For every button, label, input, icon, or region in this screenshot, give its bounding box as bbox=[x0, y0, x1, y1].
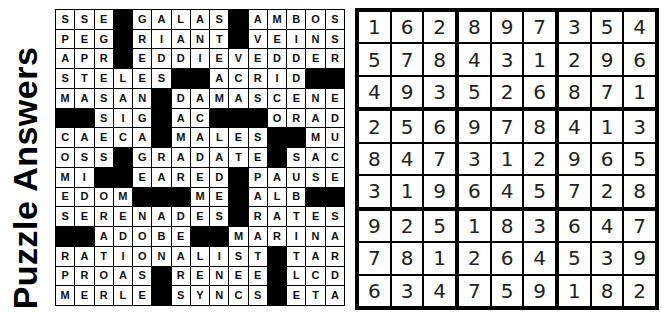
crossword-letter-cell: R bbox=[326, 49, 344, 68]
crossword-letter-cell: R bbox=[152, 148, 170, 167]
sudoku-cell: 4 bbox=[459, 44, 490, 74]
crossword-letter-cell: B bbox=[287, 188, 305, 207]
crossword-black-cell bbox=[75, 227, 93, 246]
crossword-letter-cell: E bbox=[268, 30, 286, 49]
crossword-letter-cell: P bbox=[75, 49, 93, 68]
crossword-letter-cell: U bbox=[287, 168, 305, 187]
crossword-letter-cell: S bbox=[306, 168, 324, 187]
crossword-letter-cell: E bbox=[249, 148, 267, 167]
crossword-letter-cell: B bbox=[152, 227, 170, 246]
sudoku-cell: 1 bbox=[492, 144, 523, 174]
crossword-black-cell bbox=[133, 188, 151, 207]
sudoku-cell: 3 bbox=[559, 12, 590, 42]
crossword-letter-cell: D bbox=[75, 188, 93, 207]
crossword-letter-cell: A bbox=[249, 188, 267, 207]
crossword-letter-cell: E bbox=[210, 188, 228, 207]
crossword-letter-cell: R bbox=[95, 207, 113, 226]
crossword-letter-cell: E bbox=[133, 286, 151, 305]
sudoku-cell: 1 bbox=[592, 111, 623, 141]
crossword-letter-cell: R bbox=[56, 247, 74, 266]
crossword-black-cell bbox=[229, 188, 247, 207]
crossword-letter-cell: O bbox=[306, 10, 324, 29]
crossword-letter-cell: A bbox=[114, 267, 132, 286]
crossword-letter-cell: I bbox=[210, 247, 228, 266]
crossword-black-cell bbox=[172, 188, 190, 207]
sudoku-cell: 2 bbox=[392, 211, 423, 241]
crossword-letter-cell: E bbox=[133, 168, 151, 187]
crossword-black-cell bbox=[326, 188, 344, 207]
crossword-letter-cell: E bbox=[249, 267, 267, 286]
crossword-letter-cell: N bbox=[210, 286, 228, 305]
crossword-letter-cell: S bbox=[75, 10, 93, 29]
sudoku-cell: 4 bbox=[624, 12, 655, 42]
crossword-letter-cell: I bbox=[191, 49, 209, 68]
crossword-letter-cell: A bbox=[326, 286, 344, 305]
crossword-letter-cell: V bbox=[229, 49, 247, 68]
sudoku-cell: 7 bbox=[392, 44, 423, 74]
crossword-letter-cell: A bbox=[114, 89, 132, 108]
crossword-black-cell bbox=[249, 109, 267, 128]
crossword-black-cell bbox=[306, 69, 324, 88]
crossword-letter-cell: O bbox=[56, 148, 74, 167]
crossword-letter-cell: P bbox=[56, 30, 74, 49]
crossword-letter-cell: E bbox=[133, 69, 151, 88]
crossword-letter-cell: E bbox=[326, 168, 344, 187]
crossword-black-cell bbox=[191, 227, 209, 246]
crossword-letter-cell: S bbox=[249, 286, 267, 305]
crossword-letter-cell: E bbox=[114, 207, 132, 226]
crossword-black-cell bbox=[268, 267, 286, 286]
crossword-black-cell bbox=[152, 286, 170, 305]
sudoku-cell: 7 bbox=[492, 111, 523, 141]
crossword-letter-cell: R bbox=[249, 69, 267, 88]
crossword-letter-cell: A bbox=[306, 247, 324, 266]
crossword-letter-cell: D bbox=[172, 49, 190, 68]
sudoku-cell: 3 bbox=[359, 176, 390, 206]
crossword-letter-cell: I bbox=[287, 227, 305, 246]
sudoku-cell: 5 bbox=[559, 243, 590, 273]
sudoku-cell: 5 bbox=[459, 77, 490, 107]
crossword-letter-cell: S bbox=[210, 207, 228, 226]
crossword-letter-cell: I bbox=[75, 168, 93, 187]
sudoku-cell: 5 bbox=[624, 144, 655, 174]
crossword-black-cell bbox=[229, 30, 247, 49]
crossword-letter-cell: C bbox=[268, 89, 286, 108]
crossword-letter-cell: C bbox=[326, 148, 344, 167]
crossword-letter-cell: L bbox=[191, 247, 209, 266]
sudoku-cell: 3 bbox=[392, 276, 423, 306]
sudoku-cell: 6 bbox=[424, 111, 455, 141]
crossword-letter-cell: D bbox=[287, 69, 305, 88]
sudoku-cell: 1 bbox=[359, 12, 390, 42]
crossword-letter-cell: R bbox=[133, 30, 151, 49]
crossword-black-cell bbox=[114, 10, 132, 29]
crossword-letter-cell: A bbox=[191, 10, 209, 29]
sudoku-grid: 1625784938974315263542968712568473199783… bbox=[355, 8, 659, 310]
crossword-letter-cell: S bbox=[229, 247, 247, 266]
crossword-letter-cell: L bbox=[268, 188, 286, 207]
sudoku-box: 354296871 bbox=[559, 12, 655, 107]
sudoku-cell: 3 bbox=[459, 144, 490, 174]
crossword-black-cell bbox=[56, 227, 74, 246]
crossword-letter-cell: I bbox=[114, 109, 132, 128]
crossword-letter-cell: A bbox=[172, 30, 190, 49]
sudoku-cell: 6 bbox=[592, 144, 623, 174]
crossword-letter-cell: R bbox=[326, 247, 344, 266]
crossword-letter-cell: E bbox=[287, 286, 305, 305]
crossword-letter-cell: E bbox=[191, 267, 209, 286]
crossword-letter-cell: A bbox=[152, 207, 170, 226]
crossword-letter-cell: S bbox=[249, 89, 267, 108]
crossword-letter-cell: C bbox=[56, 128, 74, 147]
crossword-letter-cell: T bbox=[229, 148, 247, 167]
puzzle-answers-page: Puzzle Answers SSEGALASAMBOSPEGRIANTVEIN… bbox=[0, 0, 662, 313]
crossword-letter-cell: T bbox=[249, 247, 267, 266]
crossword-letter-cell: A bbox=[172, 148, 190, 167]
sudoku-cell: 9 bbox=[492, 12, 523, 42]
crossword-letter-cell: M bbox=[268, 10, 286, 29]
sudoku-cell: 8 bbox=[392, 243, 423, 273]
crossword-letter-cell: M bbox=[56, 89, 74, 108]
sudoku-cell: 9 bbox=[459, 111, 490, 141]
sudoku-cell: 9 bbox=[359, 211, 390, 241]
sudoku-cell: 5 bbox=[424, 211, 455, 241]
sudoku-cell: 7 bbox=[359, 243, 390, 273]
sudoku-cell: 2 bbox=[459, 243, 490, 273]
sudoku-box: 413965728 bbox=[559, 111, 655, 206]
crossword-letter-cell: E bbox=[249, 49, 267, 68]
crossword-letter-cell: S bbox=[56, 207, 74, 226]
sudoku-cell: 6 bbox=[359, 276, 390, 306]
crossword-letter-cell: D bbox=[191, 148, 209, 167]
crossword-letter-cell: G bbox=[133, 148, 151, 167]
crossword-letter-cell: R bbox=[75, 267, 93, 286]
sudoku-cell: 4 bbox=[424, 276, 455, 306]
crossword-black-cell bbox=[56, 109, 74, 128]
crossword-letter-cell: E bbox=[306, 207, 324, 226]
crossword-letter-cell: S bbox=[172, 286, 190, 305]
crossword-letter-cell: E bbox=[75, 30, 93, 49]
sudoku-box: 925781634 bbox=[359, 211, 455, 306]
sudoku-cell: 4 bbox=[524, 243, 555, 273]
crossword-letter-cell: E bbox=[210, 49, 228, 68]
sudoku-cell: 6 bbox=[459, 176, 490, 206]
sudoku-cell: 4 bbox=[392, 144, 423, 174]
sudoku-cell: 2 bbox=[424, 12, 455, 42]
crossword-letter-cell: A bbox=[133, 128, 151, 147]
crossword-letter-cell: I bbox=[152, 30, 170, 49]
sudoku-cell: 7 bbox=[424, 144, 455, 174]
crossword-letter-cell: V bbox=[249, 30, 267, 49]
crossword-letter-cell: D bbox=[326, 109, 344, 128]
crossword-letter-cell: S bbox=[249, 128, 267, 147]
crossword-letter-cell: N bbox=[133, 89, 151, 108]
crossword-letter-cell: E bbox=[75, 286, 93, 305]
crossword-letter-cell: S bbox=[133, 267, 151, 286]
crossword-letter-cell: A bbox=[268, 168, 286, 187]
sudoku-cell: 8 bbox=[624, 176, 655, 206]
sudoku-cell: 2 bbox=[592, 176, 623, 206]
sudoku-cell: 2 bbox=[359, 111, 390, 141]
crossword-letter-cell: A bbox=[249, 227, 267, 246]
page-title: Puzzle Answers bbox=[6, 47, 45, 310]
sudoku-cell: 7 bbox=[559, 176, 590, 206]
sudoku-box: 183264759 bbox=[459, 211, 555, 306]
crossword-black-cell bbox=[268, 148, 286, 167]
crossword-black-cell bbox=[287, 128, 305, 147]
crossword-letter-cell: T bbox=[95, 247, 113, 266]
crossword-letter-cell: R bbox=[172, 267, 190, 286]
sudoku-cell: 3 bbox=[624, 111, 655, 141]
sudoku-box: 978312645 bbox=[459, 111, 555, 206]
crossword-letter-cell: S bbox=[326, 10, 344, 29]
sudoku-cell: 3 bbox=[592, 243, 623, 273]
crossword-letter-cell: T bbox=[287, 247, 305, 266]
sudoku-cell: 6 bbox=[624, 44, 655, 74]
crossword-letter-cell: P bbox=[56, 267, 74, 286]
sudoku-cell: 5 bbox=[359, 44, 390, 74]
crossword-letter-cell: A bbox=[191, 128, 209, 147]
crossword-letter-cell: S bbox=[326, 207, 344, 226]
sudoku-cell: 4 bbox=[359, 77, 390, 107]
crossword-letter-cell: D bbox=[152, 49, 170, 68]
crossword-letter-cell: S bbox=[287, 148, 305, 167]
sudoku-cell: 5 bbox=[392, 111, 423, 141]
sudoku-box: 647539182 bbox=[559, 211, 655, 306]
crossword-letter-cell: E bbox=[95, 69, 113, 88]
sudoku-cell: 8 bbox=[492, 211, 523, 241]
sudoku-cell: 9 bbox=[524, 276, 555, 306]
crossword-black-cell bbox=[268, 286, 286, 305]
sudoku-cell: 9 bbox=[624, 243, 655, 273]
crossword-letter-cell: E bbox=[95, 128, 113, 147]
crossword-letter-cell: C bbox=[229, 286, 247, 305]
crossword-letter-cell: O bbox=[133, 227, 151, 246]
sudoku-cell: 1 bbox=[624, 77, 655, 107]
crossword-letter-cell: D bbox=[172, 89, 190, 108]
sudoku-cell: 9 bbox=[559, 144, 590, 174]
crossword-letter-cell: T bbox=[287, 207, 305, 226]
crossword-black-cell bbox=[114, 30, 132, 49]
crossword-letter-cell: C bbox=[306, 267, 324, 286]
crossword-letter-cell: S bbox=[56, 69, 74, 88]
crossword-letter-cell: G bbox=[95, 30, 113, 49]
sudoku-box: 256847319 bbox=[359, 111, 455, 206]
crossword-letter-cell: E bbox=[56, 188, 74, 207]
sudoku-box: 162578493 bbox=[359, 12, 455, 107]
crossword-letter-cell: M bbox=[56, 168, 74, 187]
crossword-black-cell bbox=[229, 109, 247, 128]
sudoku-cell: 1 bbox=[392, 176, 423, 206]
sudoku-cell: 7 bbox=[592, 77, 623, 107]
crossword-letter-cell: O bbox=[133, 247, 151, 266]
crossword-letter-cell: N bbox=[152, 247, 170, 266]
crossword-black-cell bbox=[306, 188, 324, 207]
sudoku-cell: 8 bbox=[559, 77, 590, 107]
sudoku-cell: 8 bbox=[359, 144, 390, 174]
crossword-letter-cell: A bbox=[210, 69, 228, 88]
sudoku-cell: 3 bbox=[424, 77, 455, 107]
crossword-letter-cell: T bbox=[75, 69, 93, 88]
crossword-black-cell bbox=[152, 188, 170, 207]
sudoku-cell: 8 bbox=[592, 276, 623, 306]
crossword-letter-cell: A bbox=[75, 89, 93, 108]
crossword-letter-cell: M bbox=[56, 286, 74, 305]
crossword-letter-cell: P bbox=[249, 168, 267, 187]
sudoku-cell: 6 bbox=[392, 12, 423, 42]
crossword-letter-cell: I bbox=[114, 247, 132, 266]
crossword-letter-cell: E bbox=[172, 227, 190, 246]
crossword-black-cell bbox=[229, 207, 247, 226]
crossword-letter-cell: L bbox=[172, 10, 190, 29]
sudoku-cell: 6 bbox=[492, 243, 523, 273]
crossword-letter-cell: E bbox=[191, 168, 209, 187]
crossword-letter-cell: C bbox=[191, 109, 209, 128]
crossword-letter-cell: N bbox=[191, 30, 209, 49]
crossword-letter-cell: A bbox=[210, 148, 228, 167]
sudoku-cell: 1 bbox=[459, 211, 490, 241]
sudoku-cell: 9 bbox=[424, 176, 455, 206]
crossword-letter-cell: A bbox=[172, 109, 190, 128]
crossword-black-cell bbox=[229, 10, 247, 29]
crossword-black-cell bbox=[114, 148, 132, 167]
crossword-letter-cell: A bbox=[306, 109, 324, 128]
crossword-letter-cell: G bbox=[133, 10, 151, 29]
crossword-letter-cell: S bbox=[95, 109, 113, 128]
crossword-letter-cell: S bbox=[326, 30, 344, 49]
crossword-letter-cell: A bbox=[95, 227, 113, 246]
crossword-letter-cell: A bbox=[306, 148, 324, 167]
sudoku-cell: 9 bbox=[592, 44, 623, 74]
crossword-letter-cell: M bbox=[229, 227, 247, 246]
crossword-black-cell bbox=[210, 227, 228, 246]
crossword-black-cell bbox=[114, 168, 132, 187]
crossword-letter-cell: R bbox=[249, 207, 267, 226]
crossword-letter-cell: E bbox=[75, 207, 93, 226]
crossword-letter-cell: M bbox=[191, 188, 209, 207]
crossword-grid: SSEGALASAMBOSPEGRIANTVEINSAPREDDIEVEDDER… bbox=[55, 9, 345, 306]
sudoku-cell: 6 bbox=[524, 77, 555, 107]
sudoku-box: 897431526 bbox=[459, 12, 555, 107]
crossword-letter-cell: R bbox=[172, 168, 190, 187]
crossword-letter-cell: D bbox=[172, 207, 190, 226]
crossword-letter-cell: R bbox=[268, 227, 286, 246]
crossword-letter-cell: E bbox=[229, 128, 247, 147]
crossword-letter-cell: O bbox=[268, 109, 286, 128]
crossword-letter-cell: S bbox=[152, 69, 170, 88]
crossword-letter-cell: N bbox=[210, 267, 228, 286]
crossword-black-cell bbox=[268, 247, 286, 266]
crossword-letter-cell: R bbox=[95, 286, 113, 305]
crossword-black-cell bbox=[191, 69, 209, 88]
sudoku-cell: 8 bbox=[459, 12, 490, 42]
sudoku-cell: 5 bbox=[492, 276, 523, 306]
sudoku-cell: 7 bbox=[624, 211, 655, 241]
crossword-letter-cell: E bbox=[95, 10, 113, 29]
crossword-letter-cell: E bbox=[191, 207, 209, 226]
crossword-letter-cell: A bbox=[56, 49, 74, 68]
sudoku-cell: 8 bbox=[524, 111, 555, 141]
crossword-letter-cell: R bbox=[95, 49, 113, 68]
sudoku-cell: 5 bbox=[592, 12, 623, 42]
crossword-letter-cell: A bbox=[172, 247, 190, 266]
crossword-letter-cell: D bbox=[287, 49, 305, 68]
crossword-letter-cell: A bbox=[229, 89, 247, 108]
crossword-letter-cell: N bbox=[306, 227, 324, 246]
crossword-letter-cell: A bbox=[268, 207, 286, 226]
crossword-letter-cell: A bbox=[152, 10, 170, 29]
crossword-letter-cell: N bbox=[133, 207, 151, 226]
crossword-letter-cell: L bbox=[114, 286, 132, 305]
crossword-letter-cell: S bbox=[56, 10, 74, 29]
sudoku-cell: 3 bbox=[524, 211, 555, 241]
crossword-letter-cell: R bbox=[287, 109, 305, 128]
crossword-black-cell bbox=[95, 168, 113, 187]
crossword-black-cell bbox=[172, 69, 190, 88]
sudoku-cell: 1 bbox=[559, 276, 590, 306]
crossword-letter-cell: D bbox=[268, 49, 286, 68]
sudoku-cell: 9 bbox=[392, 77, 423, 107]
crossword-letter-cell: Y bbox=[191, 286, 209, 305]
crossword-letter-cell: B bbox=[287, 10, 305, 29]
crossword-letter-cell: L bbox=[210, 128, 228, 147]
crossword-letter-cell: A bbox=[75, 128, 93, 147]
crossword-letter-cell: M bbox=[306, 128, 324, 147]
crossword-letter-cell: S bbox=[210, 10, 228, 29]
crossword-black-cell bbox=[152, 267, 170, 286]
crossword-black-cell bbox=[229, 168, 247, 187]
crossword-letter-cell: N bbox=[306, 30, 324, 49]
sudoku-cell: 4 bbox=[559, 111, 590, 141]
crossword-black-cell bbox=[152, 128, 170, 147]
sudoku-cell: 3 bbox=[492, 44, 523, 74]
sudoku-cell: 2 bbox=[524, 144, 555, 174]
crossword-letter-cell: D bbox=[114, 227, 132, 246]
crossword-letter-cell: C bbox=[229, 69, 247, 88]
crossword-letter-cell: M bbox=[114, 188, 132, 207]
crossword-letter-cell: M bbox=[210, 89, 228, 108]
crossword-letter-cell: T bbox=[210, 30, 228, 49]
crossword-letter-cell: E bbox=[306, 49, 324, 68]
crossword-letter-cell: T bbox=[306, 286, 324, 305]
crossword-black-cell bbox=[210, 109, 228, 128]
sudoku-cell: 6 bbox=[559, 211, 590, 241]
crossword-letter-cell: S bbox=[95, 148, 113, 167]
crossword-letter-cell: S bbox=[75, 148, 93, 167]
crossword-letter-cell: I bbox=[287, 30, 305, 49]
sudoku-cell: 2 bbox=[624, 276, 655, 306]
sudoku-cell: 1 bbox=[424, 243, 455, 273]
crossword-letter-cell: M bbox=[172, 128, 190, 147]
sudoku-cell: 4 bbox=[492, 176, 523, 206]
crossword-letter-cell: E bbox=[229, 267, 247, 286]
crossword-letter-cell: O bbox=[95, 188, 113, 207]
crossword-letter-cell: E bbox=[326, 89, 344, 108]
crossword-letter-cell: A bbox=[249, 10, 267, 29]
sudoku-cell: 4 bbox=[592, 211, 623, 241]
sudoku-cell: 7 bbox=[459, 276, 490, 306]
crossword-letter-cell: D bbox=[326, 267, 344, 286]
crossword-letter-cell: E bbox=[133, 49, 151, 68]
crossword-letter-cell: A bbox=[191, 89, 209, 108]
crossword-letter-cell: I bbox=[268, 69, 286, 88]
crossword-black-cell bbox=[114, 49, 132, 68]
crossword-black-cell bbox=[152, 109, 170, 128]
crossword-letter-cell: D bbox=[210, 168, 228, 187]
crossword-letter-cell: U bbox=[326, 128, 344, 147]
sudoku-cell: 8 bbox=[424, 44, 455, 74]
crossword-black-cell bbox=[75, 109, 93, 128]
